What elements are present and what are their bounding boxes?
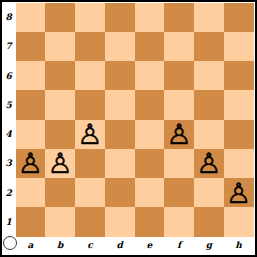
- square-a6[interactable]: [16, 61, 46, 90]
- square-g6[interactable]: [194, 61, 224, 90]
- square-f4[interactable]: ♙: [164, 120, 194, 149]
- square-d5[interactable]: [105, 90, 135, 119]
- square-c4[interactable]: ♙: [75, 120, 105, 149]
- rank-label-6: 6: [2, 61, 16, 90]
- square-a1[interactable]: [16, 207, 46, 236]
- square-h1[interactable]: [224, 207, 254, 236]
- white-pawn[interactable]: ♙: [196, 150, 221, 178]
- square-e4[interactable]: [135, 120, 165, 149]
- file-labels: abcdefgh: [16, 238, 254, 252]
- square-b4[interactable]: [45, 120, 75, 149]
- square-c7[interactable]: [75, 32, 105, 61]
- square-a4[interactable]: [16, 120, 46, 149]
- square-f8[interactable]: [164, 3, 194, 32]
- chess-diagram: 87654321 ♙♙♙♙♙♙ abcdefgh: [0, 0, 257, 257]
- square-f2[interactable]: [164, 178, 194, 207]
- square-f7[interactable]: [164, 32, 194, 61]
- square-d7[interactable]: [105, 32, 135, 61]
- square-c5[interactable]: [75, 90, 105, 119]
- square-h2[interactable]: ♙: [224, 178, 254, 207]
- square-c2[interactable]: [75, 178, 105, 207]
- square-h3[interactable]: [224, 149, 254, 178]
- square-c3[interactable]: [75, 149, 105, 178]
- square-a3[interactable]: ♙: [16, 149, 46, 178]
- square-d8[interactable]: [105, 3, 135, 32]
- square-e1[interactable]: [135, 207, 165, 236]
- square-f1[interactable]: [164, 207, 194, 236]
- square-d6[interactable]: [105, 61, 135, 90]
- square-d4[interactable]: [105, 120, 135, 149]
- square-g5[interactable]: [194, 90, 224, 119]
- square-b7[interactable]: [45, 32, 75, 61]
- square-b2[interactable]: [45, 178, 75, 207]
- square-g1[interactable]: [194, 207, 224, 236]
- square-c8[interactable]: [75, 3, 105, 32]
- square-h7[interactable]: [224, 32, 254, 61]
- chess-board[interactable]: ♙♙♙♙♙♙: [16, 3, 254, 237]
- square-h5[interactable]: [224, 90, 254, 119]
- rank-label-2: 2: [2, 178, 16, 207]
- square-d1[interactable]: [105, 207, 135, 236]
- square-e8[interactable]: [135, 3, 165, 32]
- rank-label-1: 1: [2, 207, 16, 236]
- file-label-a: a: [16, 238, 46, 252]
- square-e2[interactable]: [135, 178, 165, 207]
- file-label-e: e: [135, 238, 165, 252]
- file-label-b: b: [45, 238, 75, 252]
- rank-label-4: 4: [2, 120, 16, 149]
- rank-label-3: 3: [2, 149, 16, 178]
- rank-labels: 87654321: [2, 3, 16, 237]
- square-g4[interactable]: [194, 120, 224, 149]
- square-g3[interactable]: ♙: [194, 149, 224, 178]
- square-h6[interactable]: [224, 61, 254, 90]
- square-d2[interactable]: [105, 178, 135, 207]
- square-g2[interactable]: [194, 178, 224, 207]
- square-f3[interactable]: [164, 149, 194, 178]
- rank-label-5: 5: [2, 90, 16, 119]
- file-label-c: c: [75, 238, 105, 252]
- square-d3[interactable]: [105, 149, 135, 178]
- square-e7[interactable]: [135, 32, 165, 61]
- rank-label-7: 7: [2, 32, 16, 61]
- square-b5[interactable]: [45, 90, 75, 119]
- square-b6[interactable]: [45, 61, 75, 90]
- square-e6[interactable]: [135, 61, 165, 90]
- square-e3[interactable]: [135, 149, 165, 178]
- file-label-d: d: [105, 238, 135, 252]
- square-b8[interactable]: [45, 3, 75, 32]
- white-pawn[interactable]: ♙: [18, 150, 43, 178]
- file-label-h: h: [224, 238, 254, 252]
- square-a8[interactable]: [16, 3, 46, 32]
- white-pawn[interactable]: ♙: [77, 121, 102, 149]
- square-b1[interactable]: [45, 207, 75, 236]
- rank-label-8: 8: [2, 3, 16, 32]
- square-b3[interactable]: ♙: [45, 149, 75, 178]
- file-label-f: f: [164, 238, 194, 252]
- square-h4[interactable]: [224, 120, 254, 149]
- square-f6[interactable]: [164, 61, 194, 90]
- square-h8[interactable]: [224, 3, 254, 32]
- file-label-g: g: [194, 238, 224, 252]
- white-pawn[interactable]: ♙: [226, 180, 251, 208]
- square-a5[interactable]: [16, 90, 46, 119]
- side-to-move-indicator: [3, 236, 17, 250]
- square-g8[interactable]: [194, 3, 224, 32]
- square-f5[interactable]: [164, 90, 194, 119]
- white-pawn[interactable]: ♙: [48, 150, 73, 178]
- square-c6[interactable]: [75, 61, 105, 90]
- white-pawn[interactable]: ♙: [167, 121, 192, 149]
- square-a2[interactable]: [16, 178, 46, 207]
- square-c1[interactable]: [75, 207, 105, 236]
- square-a7[interactable]: [16, 32, 46, 61]
- square-e5[interactable]: [135, 90, 165, 119]
- square-g7[interactable]: [194, 32, 224, 61]
